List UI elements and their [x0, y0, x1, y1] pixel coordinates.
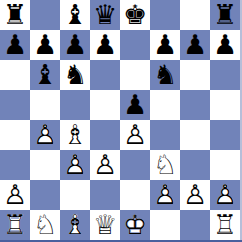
white-pawn[interactable]: ♟♙: [150, 180, 180, 210]
square-d5[interactable]: [90, 90, 120, 120]
white-pawn-glyph: ♟: [60, 150, 90, 180]
white-bishop[interactable]: ♝♗: [60, 120, 90, 150]
black-pawn[interactable]: ♟: [180, 30, 210, 60]
white-pawn-glyph: ♟: [0, 180, 30, 210]
square-f5[interactable]: [150, 90, 180, 120]
white-pawn-outline-glyph: ♙: [90, 150, 120, 180]
white-pawn[interactable]: ♟♙: [60, 150, 90, 180]
white-knight-outline-glyph: ♘: [30, 210, 60, 240]
white-king[interactable]: ♚♔: [120, 210, 150, 240]
square-b5[interactable]: [30, 90, 60, 120]
white-pawn-glyph: ♟: [30, 120, 60, 150]
white-pawn[interactable]: ♟♙: [30, 120, 60, 150]
black-rook-glyph: ♜: [0, 0, 30, 30]
square-e2[interactable]: [120, 180, 150, 210]
white-king-glyph: ♚: [120, 210, 150, 240]
black-pawn-glyph: ♟: [0, 30, 30, 60]
white-knight[interactable]: ♞♘: [150, 150, 180, 180]
black-pawn-glyph: ♟: [90, 30, 120, 60]
square-g2[interactable]: ♟♙: [180, 180, 210, 210]
square-a7[interactable]: ♟: [0, 30, 30, 60]
square-d3[interactable]: ♟♙: [90, 150, 120, 180]
square-b7[interactable]: ♟: [30, 30, 60, 60]
black-pawn-glyph: ♟: [210, 30, 240, 60]
black-pawn[interactable]: ♟: [90, 30, 120, 60]
black-bishop[interactable]: ♝: [60, 0, 90, 30]
square-g6[interactable]: [180, 60, 210, 90]
square-a1[interactable]: ♜♖: [0, 210, 30, 240]
square-h7[interactable]: ♟: [210, 30, 240, 60]
white-pawn-glyph: ♟: [210, 180, 240, 210]
black-rook-glyph: ♜: [210, 0, 240, 30]
white-pawn-glyph: ♟: [120, 120, 150, 150]
square-g3[interactable]: [180, 150, 210, 180]
black-pawn-glyph: ♟: [150, 30, 180, 60]
white-rook[interactable]: ♜♖: [0, 210, 30, 240]
square-e6[interactable]: [120, 60, 150, 90]
white-bishop-glyph: ♝: [60, 210, 90, 240]
square-a4[interactable]: [0, 120, 30, 150]
square-h3[interactable]: [210, 150, 240, 180]
white-pawn-outline-glyph: ♙: [60, 150, 90, 180]
black-pawn-glyph: ♟: [60, 30, 90, 60]
white-pawn-outline-glyph: ♙: [210, 180, 240, 210]
square-e8[interactable]: ♚: [120, 0, 150, 30]
black-pawn-glyph: ♟: [120, 90, 150, 120]
white-knight-glyph: ♞: [30, 210, 60, 240]
black-knight-glyph: ♞: [60, 60, 90, 90]
square-b2[interactable]: [30, 180, 60, 210]
square-h4[interactable]: [210, 120, 240, 150]
square-c1[interactable]: ♝♗: [60, 210, 90, 240]
chess-board-grid: ♜♝♛♚♜♟♟♟♟♟♟♟♝♞♞♟♟♙♝♗♟♙♟♙♟♙♞♘♟♙♟♙♟♙♟♙♜♖♞♘…: [0, 0, 240, 240]
square-c6[interactable]: ♞: [60, 60, 90, 90]
square-h6[interactable]: [210, 60, 240, 90]
black-queen[interactable]: ♛: [90, 0, 120, 30]
white-pawn-outline-glyph: ♙: [30, 120, 60, 150]
square-e3[interactable]: [120, 150, 150, 180]
white-pawn[interactable]: ♟♙: [90, 150, 120, 180]
white-pawn[interactable]: ♟♙: [180, 180, 210, 210]
black-queen-glyph: ♛: [90, 0, 120, 30]
white-pawn-glyph: ♟: [150, 180, 180, 210]
black-rook[interactable]: ♜: [0, 0, 30, 30]
square-d1[interactable]: ♛♕: [90, 210, 120, 240]
square-e4[interactable]: ♟♙: [120, 120, 150, 150]
square-a3[interactable]: [0, 150, 30, 180]
square-g7[interactable]: ♟: [180, 30, 210, 60]
white-knight-outline-glyph: ♘: [150, 150, 180, 180]
black-pawn[interactable]: ♟: [60, 30, 90, 60]
square-b8[interactable]: [30, 0, 60, 30]
white-pawn-glyph: ♟: [90, 150, 120, 180]
black-knight-glyph: ♞: [150, 60, 180, 90]
square-a2[interactable]: ♟♙: [0, 180, 30, 210]
black-king-glyph: ♚: [120, 0, 150, 30]
square-d4[interactable]: [90, 120, 120, 150]
white-pawn-glyph: ♟: [180, 180, 210, 210]
black-rook[interactable]: ♜: [210, 0, 240, 30]
square-d7[interactable]: ♟: [90, 30, 120, 60]
black-king[interactable]: ♚: [120, 0, 150, 30]
square-a5[interactable]: [0, 90, 30, 120]
square-d6[interactable]: [90, 60, 120, 90]
black-bishop-glyph: ♝: [60, 0, 90, 30]
white-pawn-outline-glyph: ♙: [120, 120, 150, 150]
square-c3[interactable]: ♟♙: [60, 150, 90, 180]
white-rook-outline-glyph: ♖: [0, 210, 30, 240]
square-c5[interactable]: [60, 90, 90, 120]
square-h1[interactable]: ♜♖: [210, 210, 240, 240]
white-queen[interactable]: ♛♕: [90, 210, 120, 240]
square-b4[interactable]: ♟♙: [30, 120, 60, 150]
square-c4[interactable]: ♝♗: [60, 120, 90, 150]
square-e7[interactable]: [120, 30, 150, 60]
white-pawn[interactable]: ♟♙: [120, 120, 150, 150]
white-king-outline-glyph: ♔: [120, 210, 150, 240]
white-rook-glyph: ♜: [0, 210, 30, 240]
black-knight[interactable]: ♞: [60, 60, 90, 90]
board-right-edge: [240, 0, 242, 242]
square-f1[interactable]: [150, 210, 180, 240]
white-pawn[interactable]: ♟♙: [210, 180, 240, 210]
white-pawn-outline-glyph: ♙: [0, 180, 30, 210]
white-bishop[interactable]: ♝♗: [60, 210, 90, 240]
white-bishop-outline-glyph: ♗: [60, 210, 90, 240]
black-pawn[interactable]: ♟: [30, 30, 60, 60]
square-g1[interactable]: [180, 210, 210, 240]
square-e5[interactable]: ♟: [120, 90, 150, 120]
white-pawn-outline-glyph: ♙: [150, 180, 180, 210]
square-h2[interactable]: ♟♙: [210, 180, 240, 210]
white-queen-glyph: ♛: [90, 210, 120, 240]
white-pawn[interactable]: ♟♙: [0, 180, 30, 210]
square-c2[interactable]: [60, 180, 90, 210]
white-queen-outline-glyph: ♕: [90, 210, 120, 240]
square-h5[interactable]: [210, 90, 240, 120]
square-g4[interactable]: [180, 120, 210, 150]
white-rook-glyph: ♜: [210, 210, 240, 240]
black-pawn[interactable]: ♟: [0, 30, 30, 60]
square-b6[interactable]: ♝: [30, 60, 60, 90]
white-bishop-outline-glyph: ♗: [60, 120, 90, 150]
square-d2[interactable]: [90, 180, 120, 210]
square-a6[interactable]: [0, 60, 30, 90]
white-bishop-glyph: ♝: [60, 120, 90, 150]
square-c7[interactable]: ♟: [60, 30, 90, 60]
square-g5[interactable]: [180, 90, 210, 120]
white-rook[interactable]: ♜♖: [210, 210, 240, 240]
black-pawn[interactable]: ♟: [150, 30, 180, 60]
chess-board: ♜♝♛♚♜♟♟♟♟♟♟♟♝♞♞♟♟♙♝♗♟♙♟♙♟♙♞♘♟♙♟♙♟♙♟♙♜♖♞♘…: [0, 0, 242, 242]
white-pawn-outline-glyph: ♙: [180, 180, 210, 210]
square-f6[interactable]: ♞: [150, 60, 180, 90]
square-b3[interactable]: [30, 150, 60, 180]
square-e1[interactable]: ♚♔: [120, 210, 150, 240]
black-pawn[interactable]: ♟: [120, 90, 150, 120]
square-f4[interactable]: [150, 120, 180, 150]
white-knight-glyph: ♞: [150, 150, 180, 180]
square-f7[interactable]: ♟: [150, 30, 180, 60]
black-bishop[interactable]: ♝: [30, 60, 60, 90]
black-pawn-glyph: ♟: [180, 30, 210, 60]
white-knight[interactable]: ♞♘: [30, 210, 60, 240]
square-f8[interactable]: [150, 0, 180, 30]
square-c8[interactable]: ♝: [60, 0, 90, 30]
white-rook-outline-glyph: ♖: [210, 210, 240, 240]
square-a8[interactable]: ♜: [0, 0, 30, 30]
square-b1[interactable]: ♞♘: [30, 210, 60, 240]
square-f2[interactable]: ♟♙: [150, 180, 180, 210]
black-knight[interactable]: ♞: [150, 60, 180, 90]
square-g8[interactable]: [180, 0, 210, 30]
black-pawn-glyph: ♟: [30, 30, 60, 60]
square-f3[interactable]: ♞♘: [150, 150, 180, 180]
black-bishop-glyph: ♝: [30, 60, 60, 90]
square-d8[interactable]: ♛: [90, 0, 120, 30]
black-pawn[interactable]: ♟: [210, 30, 240, 60]
square-h8[interactable]: ♜: [210, 0, 240, 30]
